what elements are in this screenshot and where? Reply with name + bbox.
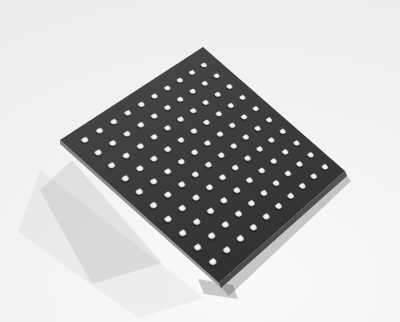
nozzle [178, 181, 187, 188]
nozzle [193, 243, 202, 251]
nozzle [164, 168, 173, 175]
nozzle [287, 192, 295, 199]
nozzle [94, 149, 103, 156]
nozzle [164, 215, 173, 222]
nozzle [242, 134, 250, 140]
nozzle [206, 184, 215, 191]
nozzle [226, 84, 234, 89]
product-photo-shower-head [0, 0, 400, 322]
nozzle [207, 207, 216, 214]
nozzle [138, 101, 146, 107]
nozzle [262, 213, 271, 220]
nozzle [191, 171, 199, 178]
nozzle [202, 100, 210, 106]
nozzle [150, 155, 159, 162]
nozzle [231, 164, 239, 171]
nozzle [164, 146, 172, 152]
nozzle [191, 149, 199, 155]
nozzle [178, 204, 187, 211]
nozzle [151, 93, 159, 99]
nozzle [96, 128, 105, 134]
nozzle [221, 221, 230, 228]
nozzle [151, 113, 159, 119]
nozzle [123, 131, 131, 137]
nozzle [108, 162, 117, 169]
nozzle [203, 119, 211, 125]
nozzle [266, 117, 274, 123]
nozzle [218, 152, 226, 158]
nozzle [293, 140, 301, 146]
nozzle [216, 131, 224, 137]
nozzle [190, 108, 198, 114]
nozzle [179, 229, 188, 237]
nozzle [122, 152, 131, 159]
nozzle [307, 152, 315, 158]
nozzle [270, 158, 278, 164]
nozzle [244, 155, 252, 161]
nozzle [204, 140, 212, 146]
nozzle [296, 161, 304, 167]
nozzle [149, 202, 158, 209]
nozzle [135, 188, 144, 195]
nozzle [192, 194, 201, 201]
nozzle [178, 158, 186, 165]
nozzle [236, 235, 245, 243]
nozzle [284, 170, 292, 176]
nozzle [235, 210, 244, 217]
nozzle [201, 62, 209, 67]
nozzle [193, 218, 202, 225]
nozzle [239, 95, 247, 101]
nozzle [233, 187, 241, 194]
nozzle [189, 88, 197, 94]
nozzle [223, 246, 232, 254]
nozzle [250, 224, 259, 231]
nozzle [321, 164, 329, 170]
nozzle [260, 190, 268, 197]
nozzle [164, 191, 173, 198]
nozzle [177, 137, 185, 143]
nozzle [214, 92, 222, 98]
nozzle [272, 180, 280, 187]
nozzle [189, 70, 197, 75]
nozzle [164, 125, 172, 131]
nozzle [201, 81, 209, 86]
nozzle [177, 116, 185, 122]
nozzle [121, 175, 130, 182]
nozzle [208, 232, 217, 240]
nozzle [137, 122, 145, 128]
nozzle [246, 177, 254, 184]
nozzle [215, 111, 223, 117]
nozzle [219, 174, 227, 181]
nozzle [282, 149, 290, 155]
nozzle [227, 103, 235, 109]
nozzle [150, 134, 158, 140]
nozzle [241, 114, 249, 120]
nozzle [230, 143, 238, 149]
nozzle [81, 137, 90, 143]
nozzle [177, 96, 185, 102]
nozzle [176, 77, 184, 82]
nozzle [229, 122, 237, 128]
nozzle [268, 137, 276, 143]
nozzle [124, 110, 132, 116]
nozzle [275, 203, 283, 210]
nozzle [213, 73, 221, 78]
nozzle [248, 200, 257, 207]
nozzle [256, 146, 264, 152]
nozzle [310, 173, 318, 179]
nozzle [205, 161, 213, 168]
nozzle [164, 105, 172, 111]
nozzle [190, 128, 198, 134]
nozzle [109, 140, 118, 146]
nozzle [164, 85, 172, 91]
nozzle [254, 125, 262, 131]
nozzle [137, 143, 145, 149]
nozzle [110, 119, 118, 125]
nozzle [279, 128, 287, 134]
nozzle [252, 106, 260, 112]
nozzle [299, 183, 307, 190]
nozzle [209, 258, 218, 266]
nozzle [258, 167, 266, 174]
nozzle [136, 165, 145, 172]
nozzle [150, 178, 159, 185]
nozzle [220, 197, 229, 204]
